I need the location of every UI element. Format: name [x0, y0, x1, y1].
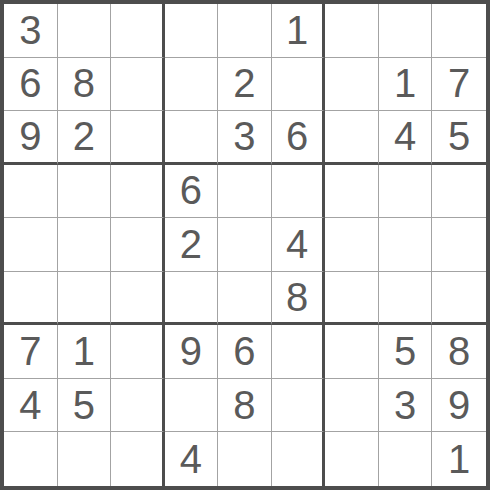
sudoku-cell[interactable] — [165, 272, 219, 326]
sudoku-cell[interactable] — [111, 325, 165, 379]
sudoku-cell[interactable] — [4, 272, 58, 326]
sudoku-cell[interactable] — [272, 432, 326, 486]
sudoku-cell[interactable]: 9 — [165, 325, 219, 379]
sudoku-cell[interactable]: 3 — [218, 111, 272, 165]
sudoku-cell[interactable] — [165, 379, 219, 433]
sudoku-cell[interactable]: 6 — [218, 325, 272, 379]
sudoku-cell[interactable] — [165, 111, 219, 165]
sudoku-cell[interactable] — [58, 165, 112, 219]
sudoku-cell[interactable] — [325, 325, 379, 379]
sudoku-cell[interactable] — [218, 432, 272, 486]
sudoku-cell[interactable]: 8 — [218, 379, 272, 433]
sudoku-cell[interactable] — [379, 272, 433, 326]
sudoku-cell[interactable] — [272, 165, 326, 219]
sudoku-cell[interactable]: 2 — [58, 111, 112, 165]
sudoku-cell[interactable] — [432, 165, 486, 219]
sudoku-cell[interactable] — [111, 272, 165, 326]
sudoku-cell[interactable] — [272, 379, 326, 433]
sudoku-cell[interactable]: 3 — [4, 4, 58, 58]
sudoku-cell[interactable] — [111, 379, 165, 433]
sudoku-cell[interactable] — [325, 379, 379, 433]
sudoku-cell[interactable] — [111, 111, 165, 165]
sudoku-cell[interactable]: 8 — [58, 58, 112, 112]
sudoku-cell[interactable] — [111, 218, 165, 272]
sudoku-cell[interactable] — [111, 58, 165, 112]
sudoku-cell[interactable] — [325, 432, 379, 486]
sudoku-cell[interactable] — [325, 165, 379, 219]
sudoku-cell[interactable]: 5 — [379, 325, 433, 379]
sudoku-cell[interactable] — [165, 58, 219, 112]
sudoku-cell[interactable] — [111, 4, 165, 58]
sudoku-cell[interactable]: 8 — [272, 272, 326, 326]
sudoku-cell[interactable]: 6 — [4, 58, 58, 112]
sudoku-cell[interactable] — [379, 165, 433, 219]
sudoku-cell[interactable] — [218, 4, 272, 58]
sudoku-cell[interactable]: 9 — [432, 379, 486, 433]
sudoku-cell[interactable]: 6 — [272, 111, 326, 165]
sudoku-cell[interactable] — [58, 4, 112, 58]
sudoku-cell[interactable]: 4 — [272, 218, 326, 272]
sudoku-cell[interactable] — [218, 165, 272, 219]
sudoku-cell[interactable] — [272, 58, 326, 112]
sudoku-cell[interactable]: 3 — [379, 379, 433, 433]
sudoku-cell[interactable]: 5 — [432, 111, 486, 165]
sudoku-cell[interactable]: 1 — [432, 432, 486, 486]
sudoku-cell[interactable] — [4, 165, 58, 219]
sudoku-cell[interactable] — [218, 272, 272, 326]
sudoku-cell[interactable] — [165, 4, 219, 58]
sudoku-cell[interactable]: 1 — [272, 4, 326, 58]
sudoku-cell[interactable] — [272, 325, 326, 379]
sudoku-cell[interactable]: 2 — [218, 58, 272, 112]
sudoku-cell[interactable] — [325, 4, 379, 58]
sudoku-cell[interactable] — [325, 272, 379, 326]
sudoku-cell[interactable]: 8 — [432, 325, 486, 379]
sudoku-cell[interactable]: 9 — [4, 111, 58, 165]
sudoku-cell[interactable]: 7 — [4, 325, 58, 379]
sudoku-cell[interactable] — [325, 218, 379, 272]
sudoku-cell[interactable]: 4 — [165, 432, 219, 486]
sudoku-cell[interactable] — [432, 272, 486, 326]
sudoku-cell[interactable] — [58, 272, 112, 326]
sudoku-cell[interactable] — [325, 58, 379, 112]
sudoku-cell[interactable]: 7 — [432, 58, 486, 112]
sudoku-cell[interactable] — [58, 218, 112, 272]
sudoku-cell[interactable]: 6 — [165, 165, 219, 219]
sudoku-cell[interactable]: 4 — [379, 111, 433, 165]
sudoku-cell[interactable] — [4, 218, 58, 272]
sudoku-cell[interactable] — [325, 111, 379, 165]
sudoku-board: 316821792364562487196584583941 — [0, 0, 490, 490]
sudoku-cell[interactable] — [432, 218, 486, 272]
sudoku-cell[interactable]: 4 — [4, 379, 58, 433]
sudoku-cell[interactable] — [379, 432, 433, 486]
sudoku-cell[interactable] — [218, 218, 272, 272]
sudoku-cell[interactable]: 1 — [379, 58, 433, 112]
sudoku-cell[interactable] — [58, 432, 112, 486]
sudoku-cell[interactable] — [111, 432, 165, 486]
sudoku-cell[interactable] — [432, 4, 486, 58]
sudoku-cell[interactable]: 1 — [58, 325, 112, 379]
sudoku-cell[interactable] — [379, 4, 433, 58]
sudoku-cell[interactable]: 2 — [165, 218, 219, 272]
sudoku-cell[interactable]: 5 — [58, 379, 112, 433]
sudoku-cell[interactable] — [379, 218, 433, 272]
sudoku-cell[interactable] — [4, 432, 58, 486]
sudoku-cell[interactable] — [111, 165, 165, 219]
